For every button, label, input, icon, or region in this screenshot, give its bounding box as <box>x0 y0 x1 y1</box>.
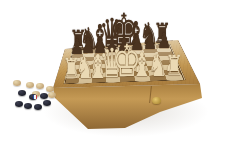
square <box>134 76 150 82</box>
brass-clasp-icon <box>152 97 161 104</box>
square <box>120 76 135 82</box>
checker-light <box>13 80 21 86</box>
checker-dark <box>29 94 37 100</box>
checker-sticker <box>33 95 37 99</box>
square <box>92 77 106 82</box>
square <box>78 78 92 83</box>
square <box>105 77 119 83</box>
chess-board <box>53 40 200 88</box>
board-grid <box>65 44 183 84</box>
square <box>65 78 79 83</box>
checker-dark <box>15 101 23 107</box>
checker-light <box>26 82 34 88</box>
checker-dark <box>24 103 32 109</box>
chess-set-photo: ♜♞♝♛♚♝♞♜♟♟♟♟♟♟♟♟♟♟♟♟♟♟♟♟♜♞♝♛♚♝♞♜ <box>0 0 240 150</box>
checker-light <box>32 91 40 97</box>
checker-dark <box>18 90 26 96</box>
square <box>149 75 166 81</box>
square <box>165 74 184 80</box>
checker-light <box>36 83 44 89</box>
